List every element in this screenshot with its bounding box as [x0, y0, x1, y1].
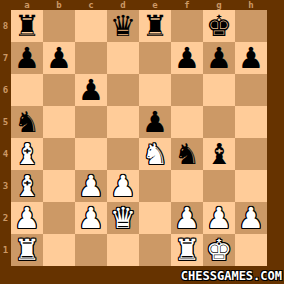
piece-black-pawn-g7: ♟	[203, 42, 235, 74]
chess-board: ♜♛♜♚♟♟♟♟♟♟♞♟♝♞♞♝♝♟♟♟♟♛♟♟♟♜♜♚	[11, 10, 267, 266]
square-c3[interactable]: ♟	[75, 170, 107, 202]
square-b5[interactable]	[43, 106, 75, 138]
piece-white-pawn-g2: ♟	[203, 202, 235, 234]
square-a5[interactable]: ♞	[11, 106, 43, 138]
square-b4[interactable]	[43, 138, 75, 170]
square-h3[interactable]	[235, 170, 267, 202]
square-f4[interactable]: ♞	[171, 138, 203, 170]
piece-white-rook-a1: ♜	[11, 234, 43, 266]
square-g7[interactable]: ♟	[203, 42, 235, 74]
piece-black-bishop-g4: ♝	[203, 138, 235, 170]
square-b2[interactable]	[43, 202, 75, 234]
piece-black-king-g8: ♚	[203, 10, 235, 42]
square-c7[interactable]	[75, 42, 107, 74]
square-b1[interactable]	[43, 234, 75, 266]
piece-white-king-g1: ♚	[203, 234, 235, 266]
square-b3[interactable]	[43, 170, 75, 202]
square-h5[interactable]	[235, 106, 267, 138]
piece-black-queen-d8: ♛	[107, 10, 139, 42]
square-h1[interactable]	[235, 234, 267, 266]
square-g3[interactable]	[203, 170, 235, 202]
square-d2[interactable]: ♛	[107, 202, 139, 234]
piece-black-pawn-b7: ♟	[43, 42, 75, 74]
square-f2[interactable]: ♟	[171, 202, 203, 234]
file-label-f: f	[171, 0, 203, 10]
piece-white-bishop-a3: ♝	[11, 170, 43, 202]
piece-black-knight-f4: ♞	[171, 138, 203, 170]
chessboard-frame: abcdefgh 87654321 ♜♛♜♚♟♟♟♟♟♟♞♟♝♞♞♝♝♟♟♟♟♛…	[0, 0, 284, 284]
square-e3[interactable]	[139, 170, 171, 202]
square-g6[interactable]	[203, 74, 235, 106]
square-h6[interactable]	[235, 74, 267, 106]
rank-label-6: 6	[0, 74, 11, 106]
square-h7[interactable]: ♟	[235, 42, 267, 74]
square-f7[interactable]: ♟	[171, 42, 203, 74]
square-f8[interactable]	[171, 10, 203, 42]
square-g2[interactable]: ♟	[203, 202, 235, 234]
square-e7[interactable]	[139, 42, 171, 74]
square-d6[interactable]	[107, 74, 139, 106]
square-a7[interactable]: ♟	[11, 42, 43, 74]
square-a2[interactable]: ♟	[11, 202, 43, 234]
piece-black-pawn-h7: ♟	[235, 42, 267, 74]
square-e8[interactable]: ♜	[139, 10, 171, 42]
square-e4[interactable]: ♞	[139, 138, 171, 170]
square-c6[interactable]: ♟	[75, 74, 107, 106]
square-d5[interactable]	[107, 106, 139, 138]
square-e2[interactable]	[139, 202, 171, 234]
square-d1[interactable]	[107, 234, 139, 266]
square-d7[interactable]	[107, 42, 139, 74]
square-g8[interactable]: ♚	[203, 10, 235, 42]
square-a8[interactable]: ♜	[11, 10, 43, 42]
rank-labels: 87654321	[0, 10, 11, 266]
rank-label-4: 4	[0, 138, 11, 170]
square-a3[interactable]: ♝	[11, 170, 43, 202]
square-b7[interactable]: ♟	[43, 42, 75, 74]
square-e5[interactable]: ♟	[139, 106, 171, 138]
square-d3[interactable]: ♟	[107, 170, 139, 202]
square-a4[interactable]: ♝	[11, 138, 43, 170]
square-c8[interactable]	[75, 10, 107, 42]
square-a6[interactable]	[11, 74, 43, 106]
piece-white-knight-e4: ♞	[139, 138, 171, 170]
piece-white-pawn-h2: ♟	[235, 202, 267, 234]
square-g4[interactable]: ♝	[203, 138, 235, 170]
piece-white-pawn-a2: ♟	[11, 202, 43, 234]
piece-black-knight-a5: ♞	[11, 106, 43, 138]
piece-white-pawn-d3: ♟	[107, 170, 139, 202]
file-label-h: h	[235, 0, 267, 10]
square-c5[interactable]	[75, 106, 107, 138]
rank-label-8: 8	[0, 10, 11, 42]
piece-white-rook-f1: ♜	[171, 234, 203, 266]
square-a1[interactable]: ♜	[11, 234, 43, 266]
piece-white-pawn-c3: ♟	[75, 170, 107, 202]
square-b6[interactable]	[43, 74, 75, 106]
square-h4[interactable]	[235, 138, 267, 170]
piece-black-pawn-a7: ♟	[11, 42, 43, 74]
square-f1[interactable]: ♜	[171, 234, 203, 266]
file-label-b: b	[43, 0, 75, 10]
square-d8[interactable]: ♛	[107, 10, 139, 42]
chessgames-credit: CHESSGAMES.COM	[181, 269, 282, 283]
piece-black-pawn-c6: ♟	[75, 74, 107, 106]
piece-black-rook-e8: ♜	[139, 10, 171, 42]
square-c2[interactable]: ♟	[75, 202, 107, 234]
square-d4[interactable]	[107, 138, 139, 170]
square-b8[interactable]	[43, 10, 75, 42]
rank-label-2: 2	[0, 202, 11, 234]
piece-white-queen-d2: ♛	[107, 202, 139, 234]
square-c1[interactable]	[75, 234, 107, 266]
piece-black-rook-a8: ♜	[11, 10, 43, 42]
rank-label-7: 7	[0, 42, 11, 74]
square-f3[interactable]	[171, 170, 203, 202]
square-f6[interactable]	[171, 74, 203, 106]
square-h8[interactable]	[235, 10, 267, 42]
rank-label-5: 5	[0, 106, 11, 138]
square-f5[interactable]	[171, 106, 203, 138]
piece-white-pawn-f2: ♟	[171, 202, 203, 234]
piece-white-pawn-c2: ♟	[75, 202, 107, 234]
square-g5[interactable]	[203, 106, 235, 138]
square-e1[interactable]	[139, 234, 171, 266]
square-h2[interactable]: ♟	[235, 202, 267, 234]
piece-white-bishop-a4: ♝	[11, 138, 43, 170]
square-c4[interactable]	[75, 138, 107, 170]
square-g1[interactable]: ♚	[203, 234, 235, 266]
piece-black-pawn-e5: ♟	[139, 106, 171, 138]
piece-black-pawn-f7: ♟	[171, 42, 203, 74]
rank-label-3: 3	[0, 170, 11, 202]
rank-label-1: 1	[0, 234, 11, 266]
square-e6[interactable]	[139, 74, 171, 106]
file-label-c: c	[75, 0, 107, 10]
